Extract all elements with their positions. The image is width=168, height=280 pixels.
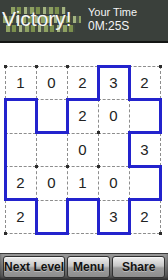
h-edge-r3c2[interactable] [67,166,98,167]
h-edge-r4c1[interactable] [36,200,67,201]
h-edge-r4c2[interactable] [66,198,100,201]
h-edge-r4c0[interactable] [4,198,38,201]
h-edge-r5c0[interactable] [5,233,36,234]
v-edge-r1c1[interactable] [35,98,38,134]
lattice-dot-r0c2 [66,65,69,68]
v-edge-r1c3[interactable] [98,99,99,132]
v-edge-r2c4[interactable] [128,131,131,167]
v-edge-r2c3[interactable] [98,133,99,166]
v-edge-r4c0[interactable] [5,200,6,233]
h-edge-r0c2[interactable] [67,66,98,67]
h-edge-r1c4[interactable] [128,98,162,101]
h-edge-r1c1[interactable] [36,99,67,100]
lattice-dot-r3c1 [35,165,38,168]
clue-cell-r4c3: 3 [98,200,129,233]
clue-cell-r0c2: 2 [67,66,98,99]
h-edge-r2c4[interactable] [128,131,162,134]
clue-cell-r1c2: 2 [67,99,98,132]
v-edge-r0c3[interactable] [97,65,100,101]
v-edge-r4c3[interactable] [97,198,100,234]
h-edge-r3c1[interactable] [36,166,67,167]
h-edge-r0c4[interactable] [129,66,160,67]
clue-cell-r0c0: 1 [5,66,36,99]
next-level-button[interactable]: Next Level [3,256,65,278]
v-edge-r3c2[interactable] [67,166,68,199]
lattice-dot-r0c0 [4,65,7,68]
v-edge-r2c2[interactable] [67,133,68,166]
v-edge-r4c5[interactable] [160,200,161,233]
menu-button[interactable]: Menu [67,256,110,278]
button-bar: Next Level Menu Share [0,253,168,280]
h-edge-r3c0[interactable] [5,166,36,167]
h-edge-r4c3[interactable] [98,200,129,201]
lattice-dot-r5c5 [159,232,162,235]
v-edge-r2c1[interactable] [36,133,37,166]
h-edge-r5c2[interactable] [67,233,98,234]
v-edge-r0c1[interactable] [36,66,37,99]
clue-cell-r3c0: 2 [5,166,36,199]
lattice-dot-r3c2 [66,165,69,168]
lattice-dot-r0c5 [159,65,162,68]
v-edge-r0c0[interactable] [5,66,6,99]
h-edge-r2c1[interactable] [35,131,69,134]
h-edge-r0c1[interactable] [36,66,67,67]
h-edge-r5c4[interactable] [129,233,160,234]
h-edge-r1c0[interactable] [4,98,38,101]
h-edge-r1c3[interactable] [98,99,129,100]
clue-cell-r1c3: 0 [98,99,129,132]
v-edge-r1c4[interactable] [129,99,130,132]
h-edge-r5c1[interactable] [35,232,69,235]
h-edge-r4c4[interactable] [128,198,162,201]
clue-cell-r3c1: 0 [36,166,67,199]
h-edge-r1c2[interactable] [66,98,100,101]
clue-cell-r0c4: 2 [129,66,160,99]
clue-cell-r0c3: 3 [98,66,129,99]
lattice-dot-r2c3 [97,131,100,134]
h-edge-r3c3[interactable] [98,166,129,167]
h-edge-r5c3[interactable] [97,232,131,235]
clue-cell-r3c3: 0 [98,166,129,199]
h-edge-r3c4[interactable] [128,165,162,168]
clue-cell-r2c4: 3 [129,133,160,166]
v-edge-r3c4[interactable] [129,166,130,199]
clue-cell-r4c0: 2 [5,200,36,233]
v-edge-r1c2[interactable] [66,98,69,134]
h-edge-r2c2[interactable] [67,133,98,134]
lattice-dot-r5c0 [4,232,7,235]
h-edge-r0c3[interactable] [97,65,131,68]
v-edge-r4c2[interactable] [66,198,69,234]
lattice-dot-r3c3 [97,165,100,168]
clue-cell-r3c2: 1 [67,166,98,199]
v-edge-r3c5[interactable] [159,165,162,201]
v-edge-r1c0[interactable] [4,98,7,134]
h-edge-r2c0[interactable] [5,133,36,134]
slitherlink-board[interactable]: 1023220032010232 [0,0,168,253]
share-button[interactable]: Share [112,256,165,278]
v-edge-r0c5[interactable] [160,66,161,99]
clue-cell-r2c2: 0 [67,133,98,166]
h-edge-r0c0[interactable] [5,66,36,67]
clue-cell-r0c1: 0 [36,66,67,99]
clue-cell-r4c4: 2 [129,200,160,233]
v-edge-r2c0[interactable] [4,131,7,167]
v-edge-r0c4[interactable] [128,65,131,101]
lattice-dot-r0c1 [35,65,38,68]
v-edge-r1c5[interactable] [159,98,162,134]
v-edge-r3c3[interactable] [98,166,99,199]
v-edge-r0c2[interactable] [67,66,68,99]
v-edge-r4c1[interactable] [35,198,38,234]
v-edge-r3c0[interactable] [4,165,7,201]
v-edge-r2c5[interactable] [160,133,161,166]
v-edge-r3c1[interactable] [36,166,37,199]
h-edge-r2c3[interactable] [98,133,129,134]
v-edge-r4c4[interactable] [128,198,131,234]
